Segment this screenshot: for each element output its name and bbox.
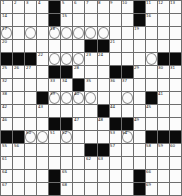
cell[interactable]: 66 xyxy=(146,170,157,182)
cell[interactable] xyxy=(61,144,72,156)
cell[interactable]: 25 xyxy=(1,66,12,78)
black-cell xyxy=(49,14,60,26)
clue-number: 20 xyxy=(2,40,7,44)
cell[interactable] xyxy=(110,92,121,104)
cell[interactable] xyxy=(85,105,96,117)
cell[interactable] xyxy=(134,79,145,91)
cell[interactable] xyxy=(98,92,109,104)
clue-number: 54 xyxy=(122,131,127,135)
clue-number: 55 xyxy=(2,144,7,148)
cell[interactable]: 44 xyxy=(110,105,121,117)
cell[interactable]: 10 xyxy=(122,1,133,13)
black-cell xyxy=(98,105,109,117)
clue-number: 52 xyxy=(62,131,67,135)
circle-marker xyxy=(37,131,48,143)
cell[interactable] xyxy=(13,14,24,26)
cell[interactable] xyxy=(13,183,24,195)
clue-number: 25 xyxy=(2,66,7,70)
cell[interactable] xyxy=(25,92,36,104)
cell[interactable]: 42 xyxy=(1,105,12,117)
cell[interactable]: 50 xyxy=(25,131,36,143)
black-cell xyxy=(170,53,181,65)
cell[interactable] xyxy=(110,53,121,65)
cell[interactable]: 54 xyxy=(122,131,133,143)
cell[interactable] xyxy=(73,131,84,143)
cell[interactable]: 30 xyxy=(158,66,169,78)
clue-number: 39 xyxy=(50,92,55,96)
clue-number: 13 xyxy=(170,1,175,5)
cell[interactable] xyxy=(170,183,181,195)
cell[interactable] xyxy=(170,157,181,169)
cell[interactable]: 60 xyxy=(170,144,181,156)
clue-number: 24 xyxy=(98,53,103,57)
clue-number: 29 xyxy=(134,66,139,70)
cell[interactable]: 20 xyxy=(1,40,12,52)
cell[interactable] xyxy=(49,105,60,117)
clue-number: 33 xyxy=(50,79,55,83)
cell[interactable]: 55 xyxy=(1,144,12,156)
cell[interactable] xyxy=(98,79,109,91)
clue-number: 53 xyxy=(110,131,115,135)
clue-number: 41 xyxy=(158,92,163,96)
circle-marker xyxy=(73,53,84,65)
cell[interactable]: 2 xyxy=(13,1,24,13)
cell[interactable]: 16 xyxy=(146,14,157,26)
cell[interactable] xyxy=(37,118,48,130)
clue-number: 35 xyxy=(86,79,91,83)
clue-number: 28 xyxy=(74,66,79,70)
black-cell xyxy=(49,170,60,182)
cell[interactable] xyxy=(73,170,84,182)
clue-number: 45 xyxy=(146,105,151,109)
cell[interactable] xyxy=(13,170,24,182)
cell[interactable] xyxy=(170,105,181,117)
cell[interactable]: 27 xyxy=(25,66,36,78)
black-cell xyxy=(98,144,109,156)
cell[interactable] xyxy=(170,27,181,39)
cell[interactable]: 61 xyxy=(1,157,12,169)
cell[interactable] xyxy=(13,92,24,104)
cell[interactable]: 57 xyxy=(110,144,121,156)
clue-number: 26 xyxy=(14,66,19,70)
cell[interactable] xyxy=(85,131,96,143)
cell[interactable]: 26 xyxy=(13,66,24,78)
cell[interactable] xyxy=(122,183,133,195)
cell[interactable]: 4 xyxy=(37,1,48,13)
cell[interactable] xyxy=(61,40,72,52)
clue-number: 50 xyxy=(26,131,31,135)
cell[interactable] xyxy=(134,157,145,169)
cell[interactable] xyxy=(13,157,24,169)
clue-number: 11 xyxy=(146,1,151,5)
cell[interactable]: 7 xyxy=(85,1,96,13)
cell[interactable] xyxy=(49,144,60,156)
cell[interactable] xyxy=(25,14,36,26)
clue-number: 56 xyxy=(14,144,19,148)
cell[interactable] xyxy=(134,40,145,52)
clue-number: 44 xyxy=(110,105,115,109)
clue-number: 5 xyxy=(62,1,65,5)
cell[interactable]: 65 xyxy=(61,170,72,182)
cell[interactable] xyxy=(158,183,169,195)
clue-number: 19 xyxy=(134,27,139,31)
cell[interactable]: 56 xyxy=(13,144,24,156)
cell[interactable] xyxy=(170,40,181,52)
cell[interactable]: 47 xyxy=(73,118,84,130)
clue-number: 31 xyxy=(170,66,175,70)
clue-number: 61 xyxy=(2,157,7,161)
cell[interactable]: 69 xyxy=(146,183,157,195)
cell[interactable]: 17 xyxy=(1,27,12,39)
cell[interactable]: 28 xyxy=(73,66,84,78)
black-cell xyxy=(61,66,72,78)
cell[interactable] xyxy=(61,105,72,117)
cell[interactable] xyxy=(170,92,181,104)
black-cell xyxy=(37,92,48,104)
cell[interactable]: 3 xyxy=(25,1,36,13)
circle-marker xyxy=(122,92,133,104)
cell[interactable] xyxy=(158,170,169,182)
black-cell xyxy=(1,131,12,143)
clue-number: 57 xyxy=(110,144,115,148)
cell[interactable] xyxy=(122,144,133,156)
black-cell xyxy=(25,53,36,65)
cell[interactable] xyxy=(49,40,60,52)
clue-number: 36 xyxy=(110,79,115,83)
circle-marker xyxy=(25,27,36,39)
cell[interactable] xyxy=(98,170,109,182)
cell[interactable] xyxy=(134,131,145,143)
cell[interactable]: 9 xyxy=(110,1,121,13)
cell[interactable] xyxy=(13,79,24,91)
crossword-grid: 1234567891011121314151617181920212223242… xyxy=(0,0,182,196)
cell[interactable]: 12 xyxy=(158,1,169,13)
cell[interactable] xyxy=(122,105,133,117)
cell[interactable]: 37 xyxy=(122,79,133,91)
circle-marker xyxy=(61,92,72,104)
circle-marker xyxy=(61,27,72,39)
clue-number: 7 xyxy=(86,1,89,5)
cell[interactable] xyxy=(158,118,169,130)
black-cell xyxy=(73,79,84,91)
cell[interactable]: 33 xyxy=(49,79,60,91)
cell[interactable]: 46 xyxy=(1,118,12,130)
cell[interactable] xyxy=(146,27,157,39)
cell[interactable]: 22 xyxy=(37,53,48,65)
cell[interactable] xyxy=(85,92,96,104)
black-cell xyxy=(49,183,60,195)
cell[interactable] xyxy=(49,157,60,169)
cell[interactable] xyxy=(25,27,36,39)
circle-marker xyxy=(85,27,96,39)
cell[interactable] xyxy=(13,118,24,130)
cell[interactable] xyxy=(25,144,36,156)
cell[interactable]: 39 xyxy=(49,92,60,104)
cell[interactable]: 40 xyxy=(73,92,84,104)
cell[interactable] xyxy=(122,53,133,65)
cell[interactable]: 67 xyxy=(1,183,12,195)
cell[interactable] xyxy=(158,27,169,39)
cell[interactable]: 5 xyxy=(61,1,72,13)
black-cell xyxy=(110,118,121,130)
cell[interactable] xyxy=(73,157,84,169)
cell[interactable] xyxy=(49,53,60,65)
cell[interactable]: 14 xyxy=(1,14,12,26)
cell[interactable] xyxy=(37,157,48,169)
cell[interactable] xyxy=(25,79,36,91)
cell[interactable] xyxy=(146,40,157,52)
cell[interactable] xyxy=(158,79,169,91)
cell[interactable] xyxy=(37,27,48,39)
black-cell xyxy=(134,170,145,182)
black-cell xyxy=(146,92,157,104)
cell[interactable] xyxy=(85,170,96,182)
cell[interactable] xyxy=(98,27,109,39)
clue-number: 3 xyxy=(26,1,29,5)
cell[interactable] xyxy=(37,79,48,91)
cell[interactable] xyxy=(110,170,121,182)
cell[interactable] xyxy=(158,40,169,52)
cell[interactable] xyxy=(25,170,36,182)
clue-number: 40 xyxy=(74,92,79,96)
clue-number: 1 xyxy=(2,1,5,5)
cell[interactable]: 32 xyxy=(1,79,12,91)
cell[interactable] xyxy=(98,14,109,26)
cell[interactable]: 24 xyxy=(98,53,109,65)
cell[interactable]: 15 xyxy=(61,14,72,26)
cell[interactable] xyxy=(110,14,121,26)
cell[interactable]: 63 xyxy=(98,157,109,169)
cell[interactable] xyxy=(98,66,109,78)
cell[interactable]: 59 xyxy=(158,144,169,156)
black-cell xyxy=(85,144,96,156)
cell[interactable]: 29 xyxy=(134,66,145,78)
cell[interactable] xyxy=(37,40,48,52)
cell[interactable]: 36 xyxy=(110,79,121,91)
cell[interactable]: 49 xyxy=(134,118,145,130)
cell[interactable]: 62 xyxy=(85,157,96,169)
clue-number: 43 xyxy=(38,105,43,109)
cell[interactable]: 23 xyxy=(85,53,96,65)
cell[interactable]: 18 xyxy=(49,27,60,39)
black-cell xyxy=(158,131,169,143)
circle-marker xyxy=(73,27,84,39)
clue-number: 58 xyxy=(146,144,151,148)
cell[interactable] xyxy=(61,27,72,39)
clue-number: 15 xyxy=(62,14,67,18)
clue-number: 64 xyxy=(2,170,7,174)
cell[interactable]: 8 xyxy=(98,1,109,13)
cell[interactable]: 64 xyxy=(1,170,12,182)
circle-marker xyxy=(98,27,109,39)
cell[interactable] xyxy=(61,157,72,169)
cell[interactable]: 51 xyxy=(49,131,60,143)
cell[interactable] xyxy=(110,183,121,195)
black-cell xyxy=(13,53,24,65)
clue-number: 22 xyxy=(38,53,43,57)
cell[interactable] xyxy=(73,27,84,39)
circle-marker xyxy=(146,53,157,65)
black-cell xyxy=(170,131,181,143)
black-cell xyxy=(122,66,133,78)
clue-number: 8 xyxy=(98,1,101,5)
black-cell xyxy=(134,1,145,13)
cell[interactable] xyxy=(73,40,84,52)
clue-number: 42 xyxy=(2,105,7,109)
black-cell xyxy=(1,53,12,65)
cell[interactable] xyxy=(122,157,133,169)
cell[interactable] xyxy=(85,27,96,39)
cell[interactable]: 1 xyxy=(1,1,12,13)
clue-number: 69 xyxy=(146,183,151,187)
cell[interactable]: 52 xyxy=(61,131,72,143)
cell[interactable] xyxy=(61,92,72,104)
clue-number: 10 xyxy=(122,1,127,5)
black-cell xyxy=(110,66,121,78)
cell[interactable] xyxy=(134,105,145,117)
black-cell xyxy=(134,183,145,195)
cell[interactable]: 53 xyxy=(110,131,121,143)
cell[interactable] xyxy=(170,170,181,182)
cell[interactable] xyxy=(37,131,48,143)
black-cell xyxy=(134,14,145,26)
cell[interactable] xyxy=(170,14,181,26)
cell[interactable] xyxy=(73,144,84,156)
cell[interactable] xyxy=(73,105,84,117)
clue-number: 65 xyxy=(62,170,67,174)
clue-number: 59 xyxy=(158,144,163,148)
cell[interactable] xyxy=(110,157,121,169)
cell[interactable] xyxy=(122,40,133,52)
clue-number: 62 xyxy=(86,157,91,161)
cell[interactable] xyxy=(146,118,157,130)
cell[interactable] xyxy=(85,118,96,130)
cell[interactable] xyxy=(158,157,169,169)
clue-number: 48 xyxy=(98,118,103,122)
cell[interactable] xyxy=(25,40,36,52)
clue-number: 16 xyxy=(146,14,151,18)
cell[interactable] xyxy=(37,66,48,78)
clue-number: 38 xyxy=(2,92,7,96)
clue-number: 27 xyxy=(26,66,31,70)
clue-number: 30 xyxy=(158,66,163,70)
clue-number: 4 xyxy=(38,1,41,5)
black-cell xyxy=(49,1,60,13)
circle-marker xyxy=(61,53,72,65)
cell[interactable] xyxy=(61,53,72,65)
cell[interactable] xyxy=(122,92,133,104)
cell[interactable] xyxy=(13,105,24,117)
cell[interactable]: 31 xyxy=(170,66,181,78)
cell[interactable] xyxy=(110,27,121,39)
black-cell xyxy=(49,66,60,78)
clue-number: 46 xyxy=(2,118,7,122)
clue-number: 9 xyxy=(110,1,113,5)
black-cell xyxy=(98,40,109,52)
cell[interactable]: 68 xyxy=(61,183,72,195)
cell[interactable]: 58 xyxy=(146,144,157,156)
clue-number: 67 xyxy=(2,183,7,187)
cell[interactable] xyxy=(146,157,157,169)
cell[interactable] xyxy=(37,14,48,26)
clue-number: 6 xyxy=(74,1,77,5)
cell[interactable] xyxy=(134,144,145,156)
cell[interactable] xyxy=(73,183,84,195)
cell[interactable] xyxy=(13,40,24,52)
cell[interactable] xyxy=(122,27,133,39)
cell[interactable] xyxy=(73,53,84,65)
cell[interactable] xyxy=(98,131,109,143)
cell[interactable] xyxy=(25,183,36,195)
cell[interactable]: 11 xyxy=(146,1,157,13)
clue-number: 47 xyxy=(74,118,79,122)
clue-number: 37 xyxy=(122,79,127,83)
cell[interactable] xyxy=(134,53,145,65)
cell[interactable] xyxy=(158,105,169,117)
cell[interactable] xyxy=(85,14,96,26)
cell[interactable] xyxy=(25,105,36,117)
cell[interactable] xyxy=(85,183,96,195)
cell[interactable]: 19 xyxy=(134,27,145,39)
circle-marker xyxy=(85,92,96,104)
cell[interactable]: 38 xyxy=(1,92,12,104)
cell[interactable] xyxy=(122,14,133,26)
cell[interactable]: 41 xyxy=(158,92,169,104)
cell[interactable]: 35 xyxy=(85,79,96,91)
cell[interactable]: 13 xyxy=(170,1,181,13)
circle-marker xyxy=(49,53,60,65)
cell[interactable] xyxy=(170,79,181,91)
cell[interactable]: 34 xyxy=(61,79,72,91)
cell[interactable] xyxy=(158,14,169,26)
clue-number: 60 xyxy=(170,144,175,148)
cell[interactable] xyxy=(25,157,36,169)
cell[interactable]: 43 xyxy=(37,105,48,117)
cell[interactable] xyxy=(122,170,133,182)
cell[interactable] xyxy=(73,14,84,26)
cell[interactable] xyxy=(37,170,48,182)
clue-number: 12 xyxy=(158,1,163,5)
cell[interactable]: 21 xyxy=(110,40,121,52)
black-cell xyxy=(13,131,24,143)
black-cell xyxy=(158,53,169,65)
cell[interactable]: 48 xyxy=(98,118,109,130)
black-cell xyxy=(122,118,133,130)
clue-number: 49 xyxy=(134,118,139,122)
cell[interactable]: 6 xyxy=(73,1,84,13)
clue-number: 23 xyxy=(86,53,91,57)
clue-number: 32 xyxy=(2,79,7,83)
cell[interactable] xyxy=(146,53,157,65)
cell[interactable] xyxy=(85,66,96,78)
cell[interactable] xyxy=(37,144,48,156)
cell[interactable] xyxy=(98,183,109,195)
cell[interactable] xyxy=(37,183,48,195)
cell[interactable] xyxy=(13,27,24,39)
clue-number: 14 xyxy=(2,14,7,18)
cell[interactable] xyxy=(170,118,181,130)
cell[interactable]: 45 xyxy=(146,105,157,117)
cell[interactable] xyxy=(134,92,145,104)
cell[interactable] xyxy=(146,66,157,78)
cell[interactable] xyxy=(146,79,157,91)
black-cell xyxy=(49,118,60,130)
cell[interactable] xyxy=(25,118,36,130)
clue-number: 68 xyxy=(62,183,67,187)
clue-number: 2 xyxy=(14,1,17,5)
black-cell xyxy=(146,131,157,143)
clue-number: 17 xyxy=(2,27,7,31)
